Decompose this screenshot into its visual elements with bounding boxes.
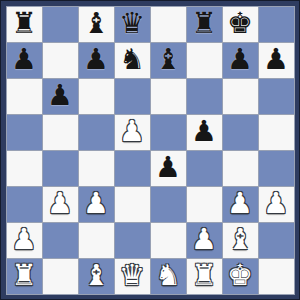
white-pawn-g3[interactable]: ♟ (227, 189, 253, 218)
square-a5[interactable] (7, 115, 42, 150)
square-e4[interactable]: ♟ (151, 151, 186, 186)
square-h6[interactable] (259, 79, 294, 114)
black-pawn-h7[interactable]: ♟ (263, 45, 289, 74)
black-pawn-b6[interactable]: ♟ (47, 81, 73, 110)
square-b4[interactable] (43, 151, 78, 186)
black-queen-d8[interactable]: ♛ (119, 9, 145, 38)
square-a1[interactable]: ♜ (7, 259, 42, 294)
square-h7[interactable]: ♟ (259, 43, 294, 78)
white-pawn-a2[interactable]: ♟ (11, 225, 37, 254)
square-a4[interactable] (7, 151, 42, 186)
square-f5[interactable]: ♟ (187, 115, 222, 150)
white-knight-e1[interactable]: ♞ (155, 261, 181, 290)
square-b3[interactable]: ♟ (43, 187, 78, 222)
square-h1[interactable] (259, 259, 294, 294)
square-e7[interactable]: ♝ (151, 43, 186, 78)
black-pawn-a7[interactable]: ♟ (11, 45, 37, 74)
square-c6[interactable] (79, 79, 114, 114)
square-f2[interactable]: ♟ (187, 223, 222, 258)
square-c2[interactable] (79, 223, 114, 258)
black-bishop-c8[interactable]: ♝ (83, 9, 109, 38)
square-d6[interactable] (115, 79, 150, 114)
black-rook-a8[interactable]: ♜ (11, 9, 37, 38)
square-b7[interactable] (43, 43, 78, 78)
square-c3[interactable]: ♟ (79, 187, 114, 222)
square-g8[interactable]: ♚ (223, 7, 258, 42)
square-h4[interactable] (259, 151, 294, 186)
square-h3[interactable]: ♟ (259, 187, 294, 222)
square-e6[interactable] (151, 79, 186, 114)
white-queen-d1[interactable]: ♛ (119, 261, 145, 290)
square-e3[interactable] (151, 187, 186, 222)
square-e8[interactable] (151, 7, 186, 42)
square-b8[interactable] (43, 7, 78, 42)
square-a8[interactable]: ♜ (7, 7, 42, 42)
black-king-g8[interactable]: ♚ (227, 9, 253, 38)
square-g7[interactable]: ♟ (223, 43, 258, 78)
white-rook-a1[interactable]: ♜ (11, 261, 37, 290)
square-g5[interactable] (223, 115, 258, 150)
square-c5[interactable] (79, 115, 114, 150)
square-e2[interactable] (151, 223, 186, 258)
black-bishop-e7[interactable]: ♝ (155, 45, 181, 74)
square-g6[interactable] (223, 79, 258, 114)
square-b2[interactable] (43, 223, 78, 258)
white-pawn-b3[interactable]: ♟ (47, 189, 73, 218)
square-a7[interactable]: ♟ (7, 43, 42, 78)
square-h8[interactable] (259, 7, 294, 42)
square-e1[interactable]: ♞ (151, 259, 186, 294)
black-knight-d7[interactable]: ♞ (119, 45, 145, 74)
white-rook-f1[interactable]: ♜ (191, 261, 217, 290)
square-f1[interactable]: ♜ (187, 259, 222, 294)
black-pawn-e4[interactable]: ♟ (155, 153, 181, 182)
square-h5[interactable] (259, 115, 294, 150)
white-bishop-c1[interactable]: ♝ (83, 261, 109, 290)
board-frame: ♜♝♛♜♚♟♟♞♝♟♟♟♟♟♟♟♟♟♟♟♟♝♜♝♛♞♜♚ (0, 0, 300, 300)
square-f6[interactable] (187, 79, 222, 114)
square-f7[interactable] (187, 43, 222, 78)
square-d7[interactable]: ♞ (115, 43, 150, 78)
square-b6[interactable]: ♟ (43, 79, 78, 114)
square-d4[interactable] (115, 151, 150, 186)
square-d5[interactable]: ♟ (115, 115, 150, 150)
square-f4[interactable] (187, 151, 222, 186)
square-b1[interactable] (43, 259, 78, 294)
square-c4[interactable] (79, 151, 114, 186)
square-a6[interactable] (7, 79, 42, 114)
square-f3[interactable] (187, 187, 222, 222)
white-pawn-d5[interactable]: ♟ (119, 117, 145, 146)
black-pawn-f5[interactable]: ♟ (191, 117, 217, 146)
square-c8[interactable]: ♝ (79, 7, 114, 42)
square-d1[interactable]: ♛ (115, 259, 150, 294)
white-pawn-f2[interactable]: ♟ (191, 225, 217, 254)
square-a2[interactable]: ♟ (7, 223, 42, 258)
square-f8[interactable]: ♜ (187, 7, 222, 42)
chess-board: ♜♝♛♜♚♟♟♞♝♟♟♟♟♟♟♟♟♟♟♟♟♝♜♝♛♞♜♚ (6, 6, 295, 295)
square-c1[interactable]: ♝ (79, 259, 114, 294)
square-g1[interactable]: ♚ (223, 259, 258, 294)
white-bishop-g2[interactable]: ♝ (227, 225, 253, 254)
square-g2[interactable]: ♝ (223, 223, 258, 258)
square-g3[interactable]: ♟ (223, 187, 258, 222)
black-rook-f8[interactable]: ♜ (191, 9, 217, 38)
white-king-g1[interactable]: ♚ (227, 261, 253, 290)
square-b5[interactable] (43, 115, 78, 150)
square-g4[interactable] (223, 151, 258, 186)
black-pawn-c7[interactable]: ♟ (83, 45, 109, 74)
square-d2[interactable] (115, 223, 150, 258)
square-d8[interactable]: ♛ (115, 7, 150, 42)
white-pawn-h3[interactable]: ♟ (263, 189, 289, 218)
square-a3[interactable] (7, 187, 42, 222)
square-e5[interactable] (151, 115, 186, 150)
square-c7[interactable]: ♟ (79, 43, 114, 78)
white-pawn-c3[interactable]: ♟ (83, 189, 109, 218)
square-h2[interactable] (259, 223, 294, 258)
black-pawn-g7[interactable]: ♟ (227, 45, 253, 74)
square-d3[interactable] (115, 187, 150, 222)
